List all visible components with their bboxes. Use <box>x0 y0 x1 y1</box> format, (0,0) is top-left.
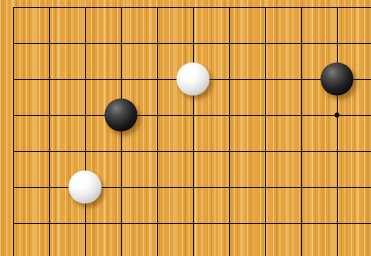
grid-horizontal-line <box>13 151 371 152</box>
grid-vertical-line <box>85 7 86 256</box>
go-stone-white-c14 <box>69 171 102 204</box>
grid-vertical-line <box>337 7 338 256</box>
star-point-k16 <box>335 113 340 118</box>
grid-horizontal-line <box>13 115 371 116</box>
grid-horizontal-line <box>13 223 371 224</box>
grid-vertical-line <box>157 7 158 256</box>
grid-vertical-line <box>265 7 266 256</box>
go-stone-black-d16 <box>105 99 138 132</box>
go-board[interactable] <box>0 0 371 256</box>
grid-vertical-line <box>229 7 230 256</box>
grid-vertical-line <box>121 7 122 256</box>
grid-vertical-line <box>49 7 50 256</box>
grid-horizontal-line <box>13 43 371 44</box>
grid-vertical-line <box>301 7 302 256</box>
grid-vertical-line <box>13 7 14 256</box>
grid-vertical-line <box>193 7 194 256</box>
go-stone-white-f17 <box>177 63 210 96</box>
grid-horizontal-line <box>13 7 371 8</box>
go-stone-black-k17 <box>321 63 354 96</box>
grid-horizontal-line <box>13 187 371 188</box>
